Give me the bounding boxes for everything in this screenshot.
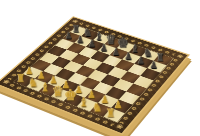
piece-white-knight: ♞ [92,101,103,114]
piece-black-knight: ♞ [83,27,92,38]
chess-board-grid: ♜♞♝♛♚♝♞♜♟♟♟♟♟♟♟♟♟♟♟♟♟♟♟♟♜♞♝♛♚♝♞♜ [14,26,172,122]
piece-white-rook: ♜ [16,73,25,84]
board-frame: ✿ ✿ ✿ ✿ ✿ ✿ ✿ ✿ ✿ ✿ ✿ ✿ ✿ ✿ ✿ ✿ ✿ ✿ ✿ ✿ … [0,16,190,135]
piece-white-queen: ♛ [52,84,64,98]
piece-black-rook: ♜ [72,24,80,34]
piece-black-pawn: ♟ [137,56,145,66]
piece-black-pawn: ♟ [125,52,133,62]
piece-white-bishop: ♝ [79,96,89,108]
piece-white-bishop: ♝ [40,81,50,93]
piece-white-king: ♚ [64,88,77,103]
corner-flower-icon: ❀ [115,124,125,131]
piece-black-pawn: ♟ [65,31,73,40]
piece-white-rook: ♜ [106,107,116,119]
piece-black-pawn: ♟ [112,48,120,57]
piece-black-pawn: ♟ [150,60,158,70]
corner-flower-icon: ❀ [176,54,184,59]
board-pinline-border: ♜♞♝♛♚♝♞♜♟♟♟♟♟♟♟♟♟♟♟♟♟♟♟♟♜♞♝♛♚♝♞♜ [13,25,174,123]
piece-black-pawn: ♟ [77,35,85,44]
chess-set: ✿ ✿ ✿ ✿ ✿ ✿ ✿ ✿ ✿ ✿ ✿ ✿ ✿ ✿ ✿ ✿ ✿ ✿ ✿ ✿ … [0,16,190,135]
product-photo-scene: ✿ ✿ ✿ ✿ ✿ ✿ ✿ ✿ ✿ ✿ ✿ ✿ ✿ ✿ ✿ ✿ ✿ ✿ ✿ ✿ … [0,0,200,136]
piece-white-knight: ♞ [28,77,38,89]
piece-black-pawn: ♟ [88,39,96,48]
piece-white-pawn: ♟ [37,71,45,81]
piece-black-pawn: ♟ [100,43,108,52]
